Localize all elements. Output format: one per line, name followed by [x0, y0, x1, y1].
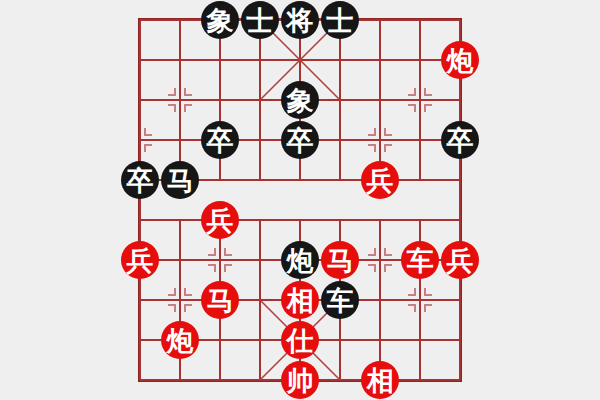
piece-black-cannon[interactable]: 炮	[281, 241, 319, 279]
piece-black-elephant[interactable]: 象	[201, 1, 239, 39]
piece-black-pawn[interactable]: 卒	[201, 121, 239, 159]
piece-red-pawn[interactable]: 兵	[441, 241, 479, 279]
piece-black-advisor[interactable]: 士	[241, 1, 279, 39]
piece-red-chariot[interactable]: 车	[401, 241, 439, 279]
piece-black-pawn[interactable]: 卒	[121, 161, 159, 199]
piece-red-pawn[interactable]: 兵	[201, 201, 239, 239]
piece-red-pawn[interactable]: 兵	[361, 161, 399, 199]
piece-red-king[interactable]: 帅	[281, 361, 319, 399]
xiangqi-app-screen: 象士将士炮象卒卒卒卒马兵兵兵炮马车兵马相车炮仕帅相	[0, 0, 600, 400]
piece-black-pawn[interactable]: 卒	[441, 121, 479, 159]
xiangqi-board[interactable]: 象士将士炮象卒卒卒卒马兵兵兵炮马车兵马相车炮仕帅相	[140, 20, 460, 380]
piece-red-cannon[interactable]: 炮	[441, 41, 479, 79]
piece-red-advisor[interactable]: 仕	[281, 321, 319, 359]
piece-red-horse[interactable]: 马	[201, 281, 239, 319]
piece-black-elephant[interactable]: 象	[281, 81, 319, 119]
piece-black-pawn[interactable]: 卒	[281, 121, 319, 159]
piece-black-king[interactable]: 将	[281, 1, 319, 39]
piece-grid: 象士将士炮象卒卒卒卒马兵兵兵炮马车兵马相车炮仕帅相	[120, 0, 480, 400]
piece-red-elephant[interactable]: 相	[281, 281, 319, 319]
piece-black-horse[interactable]: 马	[161, 161, 199, 199]
piece-red-horse[interactable]: 马	[321, 241, 359, 279]
piece-red-cannon[interactable]: 炮	[161, 321, 199, 359]
piece-red-elephant[interactable]: 相	[361, 361, 399, 399]
piece-red-pawn[interactable]: 兵	[121, 241, 159, 279]
piece-black-advisor[interactable]: 士	[321, 1, 359, 39]
piece-black-chariot[interactable]: 车	[321, 281, 359, 319]
